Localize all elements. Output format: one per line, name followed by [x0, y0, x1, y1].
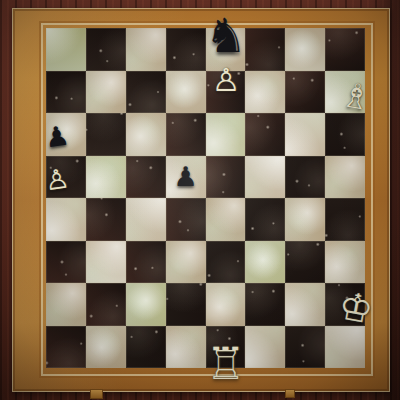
square-g8[interactable]: [285, 28, 325, 71]
piece-white-king[interactable]: ♔: [333, 284, 380, 333]
square-f4[interactable]: [245, 198, 285, 241]
square-h3[interactable]: [325, 241, 365, 284]
square-e7[interactable]: ♙: [206, 71, 246, 114]
square-g5[interactable]: [285, 156, 325, 199]
piece-white-pawn[interactable]: ♙: [34, 155, 79, 203]
square-g6[interactable]: [285, 113, 325, 156]
square-h8[interactable]: [325, 28, 365, 71]
square-f6[interactable]: [245, 113, 285, 156]
square-e5[interactable]: [206, 156, 246, 199]
square-e1[interactable]: ♖: [206, 326, 246, 369]
square-h6[interactable]: [325, 113, 365, 156]
square-c3[interactable]: [126, 241, 166, 284]
piece-white-rook[interactable]: ♖: [201, 338, 250, 390]
square-b8[interactable]: [86, 28, 126, 71]
square-c2[interactable]: [126, 283, 166, 326]
square-f8[interactable]: [245, 28, 285, 71]
square-g3[interactable]: [285, 241, 325, 284]
square-d4[interactable]: [166, 198, 206, 241]
square-e3[interactable]: [206, 241, 246, 284]
square-d5[interactable]: ♟: [166, 156, 206, 199]
square-h5[interactable]: [325, 156, 365, 199]
square-b2[interactable]: [86, 283, 126, 326]
square-e4[interactable]: [206, 198, 246, 241]
square-a8[interactable]: [46, 28, 86, 71]
square-a7[interactable]: [46, 71, 86, 114]
square-b4[interactable]: [86, 198, 126, 241]
square-g7[interactable]: [285, 71, 325, 114]
square-a6[interactable]: ♟: [46, 113, 86, 156]
square-a1[interactable]: [46, 326, 86, 369]
square-a4[interactable]: [46, 198, 86, 241]
square-c5[interactable]: [126, 156, 166, 199]
square-e2[interactable]: [206, 283, 246, 326]
square-c4[interactable]: [126, 198, 166, 241]
square-c7[interactable]: [126, 71, 166, 114]
square-d8[interactable]: [166, 28, 206, 71]
square-b7[interactable]: [86, 71, 126, 114]
square-g1[interactable]: [285, 326, 325, 369]
square-d6[interactable]: [166, 113, 206, 156]
square-b3[interactable]: [86, 241, 126, 284]
square-a5[interactable]: ♙: [46, 156, 86, 199]
square-d1[interactable]: [166, 326, 206, 369]
square-c8[interactable]: [126, 28, 166, 71]
square-f3[interactable]: [245, 241, 285, 284]
square-c6[interactable]: [126, 113, 166, 156]
square-d7[interactable]: [166, 71, 206, 114]
square-a2[interactable]: [46, 283, 86, 326]
square-a3[interactable]: [46, 241, 86, 284]
square-b6[interactable]: [86, 113, 126, 156]
square-g4[interactable]: [285, 198, 325, 241]
square-g2[interactable]: [285, 283, 325, 326]
square-f2[interactable]: [245, 283, 285, 326]
square-e6[interactable]: [206, 113, 246, 156]
piece-black-pawn[interactable]: ♟: [34, 112, 79, 160]
square-d3[interactable]: [166, 241, 206, 284]
square-f7[interactable]: [245, 71, 285, 114]
square-h7[interactable]: ♗: [325, 71, 365, 114]
square-b1[interactable]: [86, 326, 126, 369]
chess-board[interactable]: ♞♙♗♟♙♟♔♖: [46, 28, 365, 368]
box-clasp-right: [285, 389, 295, 398]
table-surface: ♞♙♗♟♙♟♔♖: [0, 0, 400, 400]
square-h4[interactable]: [325, 198, 365, 241]
piece-white-bishop[interactable]: ♗: [333, 71, 380, 120]
square-c1[interactable]: [126, 326, 166, 369]
box-clasp-left: [90, 389, 103, 399]
square-h1[interactable]: [325, 326, 365, 369]
piece-white-pawn[interactable]: ♙: [202, 54, 249, 104]
square-h2[interactable]: ♔: [325, 283, 365, 326]
square-b5[interactable]: [86, 156, 126, 199]
square-f5[interactable]: [245, 156, 285, 199]
square-d2[interactable]: [166, 283, 206, 326]
square-f1[interactable]: [245, 326, 285, 369]
piece-black-pawn[interactable]: ♟: [166, 156, 206, 199]
